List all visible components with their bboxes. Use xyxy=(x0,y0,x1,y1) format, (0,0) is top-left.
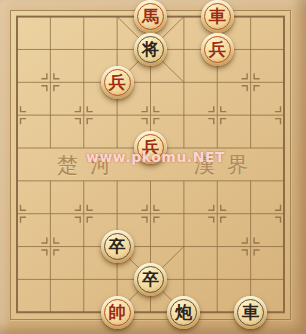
piece-glyph: 卒 xyxy=(101,230,134,263)
piece-glyph: 車 xyxy=(234,296,267,329)
piece-red-soldier[interactable]: 兵 xyxy=(201,33,234,66)
piece-red-chariot[interactable]: 車 xyxy=(201,0,234,33)
watermark: www.pkomu.NET xyxy=(86,149,225,165)
piece-glyph: 馬 xyxy=(134,0,167,33)
piece-glyph: 将 xyxy=(134,33,167,66)
piece-black-chariot[interactable]: 車 xyxy=(234,296,267,329)
piece-red-general[interactable]: 帥 xyxy=(101,296,134,329)
piece-black-general[interactable]: 将 xyxy=(134,33,167,66)
xiangqi-board[interactable]: 楚河 漢界 www.pkomu.NET 馬 車 将 兵 兵 兵 卒 卒 帥 炮 … xyxy=(0,0,306,334)
piece-black-soldier[interactable]: 卒 xyxy=(101,230,134,263)
piece-glyph: 車 xyxy=(201,0,234,33)
piece-red-horse[interactable]: 馬 xyxy=(134,0,167,33)
piece-black-cannon[interactable]: 炮 xyxy=(167,296,200,329)
piece-glyph: 炮 xyxy=(167,296,200,329)
piece-glyph: 兵 xyxy=(201,33,234,66)
piece-glyph: 帥 xyxy=(101,296,134,329)
piece-black-soldier[interactable]: 卒 xyxy=(134,263,167,296)
piece-glyph: 卒 xyxy=(134,263,167,296)
piece-red-soldier[interactable]: 兵 xyxy=(101,66,134,99)
piece-glyph: 兵 xyxy=(101,66,134,99)
